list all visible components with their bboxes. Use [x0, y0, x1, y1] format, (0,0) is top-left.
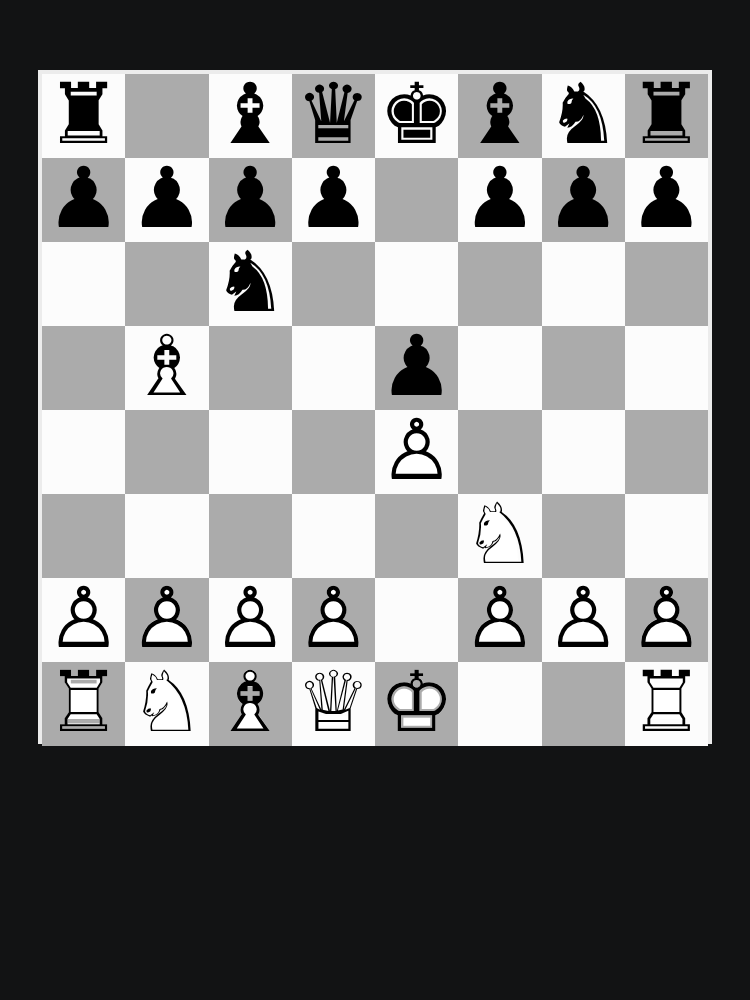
black-bishop[interactable]: ♝	[212, 72, 287, 156]
square-a8[interactable]: ♜	[42, 74, 125, 158]
square-e4[interactable]: ♟♙	[375, 410, 458, 494]
square-h2[interactable]: ♟♙	[625, 578, 708, 662]
square-f1[interactable]	[458, 662, 541, 746]
square-h8[interactable]: ♜	[625, 74, 708, 158]
white-pawn[interactable]: ♟♙	[129, 576, 204, 660]
square-f7[interactable]: ♟	[458, 158, 541, 242]
square-e8[interactable]: ♚	[375, 74, 458, 158]
piece-outline-layer: ♕	[296, 653, 371, 751]
square-e7[interactable]	[375, 158, 458, 242]
white-pawn[interactable]: ♟♙	[379, 408, 454, 492]
piece-outline-layer: ♗	[129, 317, 204, 415]
square-g2[interactable]: ♟♙	[542, 578, 625, 662]
square-b8[interactable]	[125, 74, 208, 158]
square-b1[interactable]: ♞♘	[125, 662, 208, 746]
black-pawn[interactable]: ♟	[545, 156, 620, 240]
square-a4[interactable]	[42, 410, 125, 494]
piece-outline-layer: ♙	[545, 569, 620, 667]
white-bishop[interactable]: ♝♗	[212, 660, 287, 744]
black-pawn[interactable]: ♟	[462, 156, 537, 240]
black-queen[interactable]: ♛	[296, 72, 371, 156]
piece-outline-layer: ♙	[462, 569, 537, 667]
white-pawn[interactable]: ♟♙	[212, 576, 287, 660]
square-e1[interactable]: ♚♔	[375, 662, 458, 746]
square-d8[interactable]: ♛	[292, 74, 375, 158]
square-a3[interactable]	[42, 494, 125, 578]
square-g7[interactable]: ♟	[542, 158, 625, 242]
square-b2[interactable]: ♟♙	[125, 578, 208, 662]
white-pawn[interactable]: ♟♙	[296, 576, 371, 660]
square-e2[interactable]	[375, 578, 458, 662]
square-a1[interactable]: ♜♖	[42, 662, 125, 746]
piece-outline-layer: ♘	[129, 653, 204, 751]
piece-outline-layer: ♖	[629, 653, 704, 751]
square-d4[interactable]	[292, 410, 375, 494]
black-rook[interactable]: ♜	[629, 72, 704, 156]
square-h7[interactable]: ♟	[625, 158, 708, 242]
square-c4[interactable]	[209, 410, 292, 494]
black-pawn[interactable]: ♟	[379, 324, 454, 408]
square-c3[interactable]	[209, 494, 292, 578]
square-b5[interactable]: ♝♗	[125, 326, 208, 410]
black-king[interactable]: ♚	[379, 72, 454, 156]
white-king[interactable]: ♚♔	[379, 660, 454, 744]
square-g3[interactable]	[542, 494, 625, 578]
white-pawn[interactable]: ♟♙	[629, 576, 704, 660]
black-pawn[interactable]: ♟	[129, 156, 204, 240]
square-h6[interactable]	[625, 242, 708, 326]
chess-board-grid: ♜♝♛♚♝♞♜♟♟♟♟♟♟♟♞♝♗♟♟♙♞♘♟♙♟♙♟♙♟♙♟♙♟♙♟♙♜♖♞♘…	[42, 74, 708, 740]
white-pawn[interactable]: ♟♙	[462, 576, 537, 660]
square-f3[interactable]: ♞♘	[458, 494, 541, 578]
square-f2[interactable]: ♟♙	[458, 578, 541, 662]
square-g5[interactable]	[542, 326, 625, 410]
white-bishop[interactable]: ♝♗	[129, 324, 204, 408]
square-a2[interactable]: ♟♙	[42, 578, 125, 662]
square-e6[interactable]	[375, 242, 458, 326]
square-d3[interactable]	[292, 494, 375, 578]
square-h3[interactable]	[625, 494, 708, 578]
square-a6[interactable]	[42, 242, 125, 326]
square-f5[interactable]	[458, 326, 541, 410]
black-knight[interactable]: ♞	[545, 72, 620, 156]
square-g4[interactable]	[542, 410, 625, 494]
piece-outline-layer: ♔	[379, 653, 454, 751]
chess-board: ♜♝♛♚♝♞♜♟♟♟♟♟♟♟♞♝♗♟♟♙♞♘♟♙♟♙♟♙♟♙♟♙♟♙♟♙♜♖♞♘…	[38, 70, 712, 744]
square-f6[interactable]	[458, 242, 541, 326]
square-h1[interactable]: ♜♖	[625, 662, 708, 746]
square-a5[interactable]	[42, 326, 125, 410]
white-rook[interactable]: ♜♖	[629, 660, 704, 744]
black-rook[interactable]: ♜	[46, 72, 121, 156]
white-queen[interactable]: ♛♕	[296, 660, 371, 744]
white-knight[interactable]: ♞♘	[462, 492, 537, 576]
white-pawn[interactable]: ♟♙	[46, 576, 121, 660]
white-rook[interactable]: ♜♖	[46, 660, 121, 744]
square-c5[interactable]	[209, 326, 292, 410]
black-pawn[interactable]: ♟	[46, 156, 121, 240]
square-g8[interactable]: ♞	[542, 74, 625, 158]
square-c2[interactable]: ♟♙	[209, 578, 292, 662]
square-g6[interactable]	[542, 242, 625, 326]
square-d2[interactable]: ♟♙	[292, 578, 375, 662]
square-b3[interactable]	[125, 494, 208, 578]
square-c7[interactable]: ♟	[209, 158, 292, 242]
piece-outline-layer: ♗	[212, 653, 287, 751]
square-a7[interactable]: ♟	[42, 158, 125, 242]
square-d6[interactable]	[292, 242, 375, 326]
square-c8[interactable]: ♝	[209, 74, 292, 158]
white-knight[interactable]: ♞♘	[129, 660, 204, 744]
black-pawn[interactable]: ♟	[629, 156, 704, 240]
piece-outline-layer: ♖	[46, 653, 121, 751]
square-b4[interactable]	[125, 410, 208, 494]
square-f8[interactable]: ♝	[458, 74, 541, 158]
square-c1[interactable]: ♝♗	[209, 662, 292, 746]
square-c6[interactable]: ♞	[209, 242, 292, 326]
square-d5[interactable]	[292, 326, 375, 410]
square-h5[interactable]	[625, 326, 708, 410]
piece-outline-layer: ♙	[379, 401, 454, 499]
square-d7[interactable]: ♟	[292, 158, 375, 242]
square-e5[interactable]: ♟	[375, 326, 458, 410]
square-d1[interactable]: ♛♕	[292, 662, 375, 746]
square-g1[interactable]	[542, 662, 625, 746]
square-b6[interactable]	[125, 242, 208, 326]
square-e3[interactable]	[375, 494, 458, 578]
square-h4[interactable]	[625, 410, 708, 494]
page-background: ♜♝♛♚♝♞♜♟♟♟♟♟♟♟♞♝♗♟♟♙♞♘♟♙♟♙♟♙♟♙♟♙♟♙♟♙♜♖♞♘…	[0, 0, 750, 1000]
black-pawn[interactable]: ♟	[296, 156, 371, 240]
white-pawn[interactable]: ♟♙	[545, 576, 620, 660]
black-pawn[interactable]: ♟	[212, 156, 287, 240]
square-b7[interactable]: ♟	[125, 158, 208, 242]
black-knight[interactable]: ♞	[212, 240, 287, 324]
square-f4[interactable]	[458, 410, 541, 494]
black-bishop[interactable]: ♝	[462, 72, 537, 156]
